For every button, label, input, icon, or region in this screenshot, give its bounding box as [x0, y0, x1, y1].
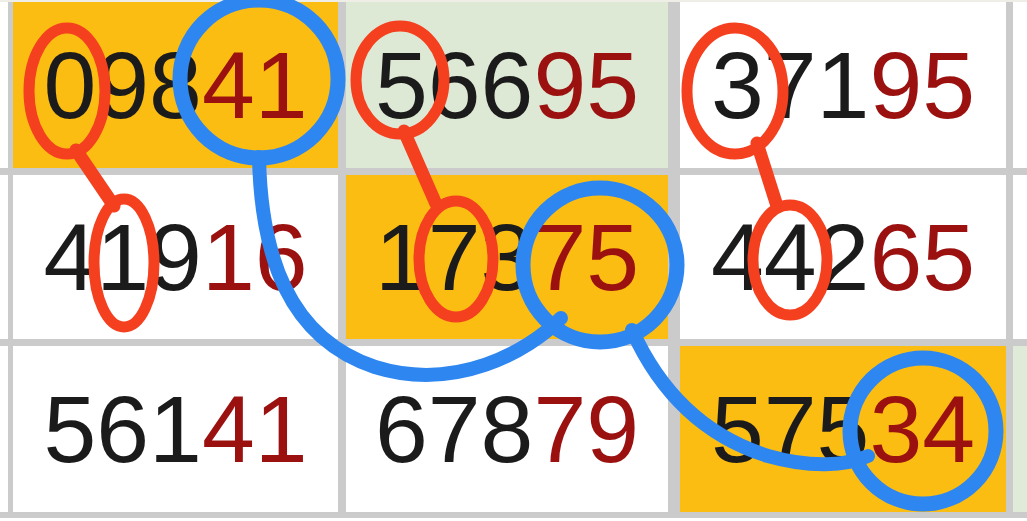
- digits-black: 173: [375, 210, 534, 305]
- number-grid: 0984156695371954191617375442655614167879…: [0, 0, 1027, 521]
- digits-black: 566: [375, 38, 534, 133]
- edge-sliver-left-row3: [0, 346, 8, 512]
- digits-black: 419: [43, 210, 202, 305]
- number-cell-r2c3: 44265: [680, 175, 1006, 339]
- digits-maroon: 41: [202, 38, 308, 133]
- digits-black: 561: [43, 382, 202, 477]
- digits-black: 371: [711, 38, 870, 133]
- number-cell-r3c2: 67879: [346, 346, 668, 512]
- digits-maroon: 34: [869, 382, 975, 477]
- edge-sliver-right-row3: [1013, 346, 1027, 512]
- edge-sliver-right-row1: [1013, 2, 1027, 168]
- digits-maroon: 65: [869, 210, 975, 305]
- edge-sliver-left-row1: [0, 2, 8, 168]
- number-cell-r1c3: 37195: [680, 2, 1006, 168]
- number-cell-r2c1: 41916: [13, 175, 338, 339]
- digits-maroon: 41: [202, 382, 308, 477]
- digits-black: 678: [375, 382, 534, 477]
- digits-black: 442: [711, 210, 870, 305]
- digits-black: 575: [711, 382, 870, 477]
- digits-maroon: 95: [533, 38, 639, 133]
- digits-maroon: 16: [202, 210, 308, 305]
- digits-black: 098: [43, 38, 202, 133]
- number-cell-r2c2: 17375: [346, 175, 668, 339]
- number-cell-r3c3: 57534: [680, 346, 1006, 512]
- number-cell-r1c1: 09841: [13, 2, 338, 168]
- digits-maroon: 95: [869, 38, 975, 133]
- lottery-tip-chart: 0984156695371954191617375442655614167879…: [0, 0, 1027, 521]
- digits-maroon: 75: [533, 210, 639, 305]
- number-cell-r1c2: 56695: [346, 2, 668, 168]
- edge-sliver-left-row2: [0, 175, 8, 339]
- number-cell-r3c1: 56141: [13, 346, 338, 512]
- edge-sliver-right-row2: [1013, 175, 1027, 339]
- digits-maroon: 79: [533, 382, 639, 477]
